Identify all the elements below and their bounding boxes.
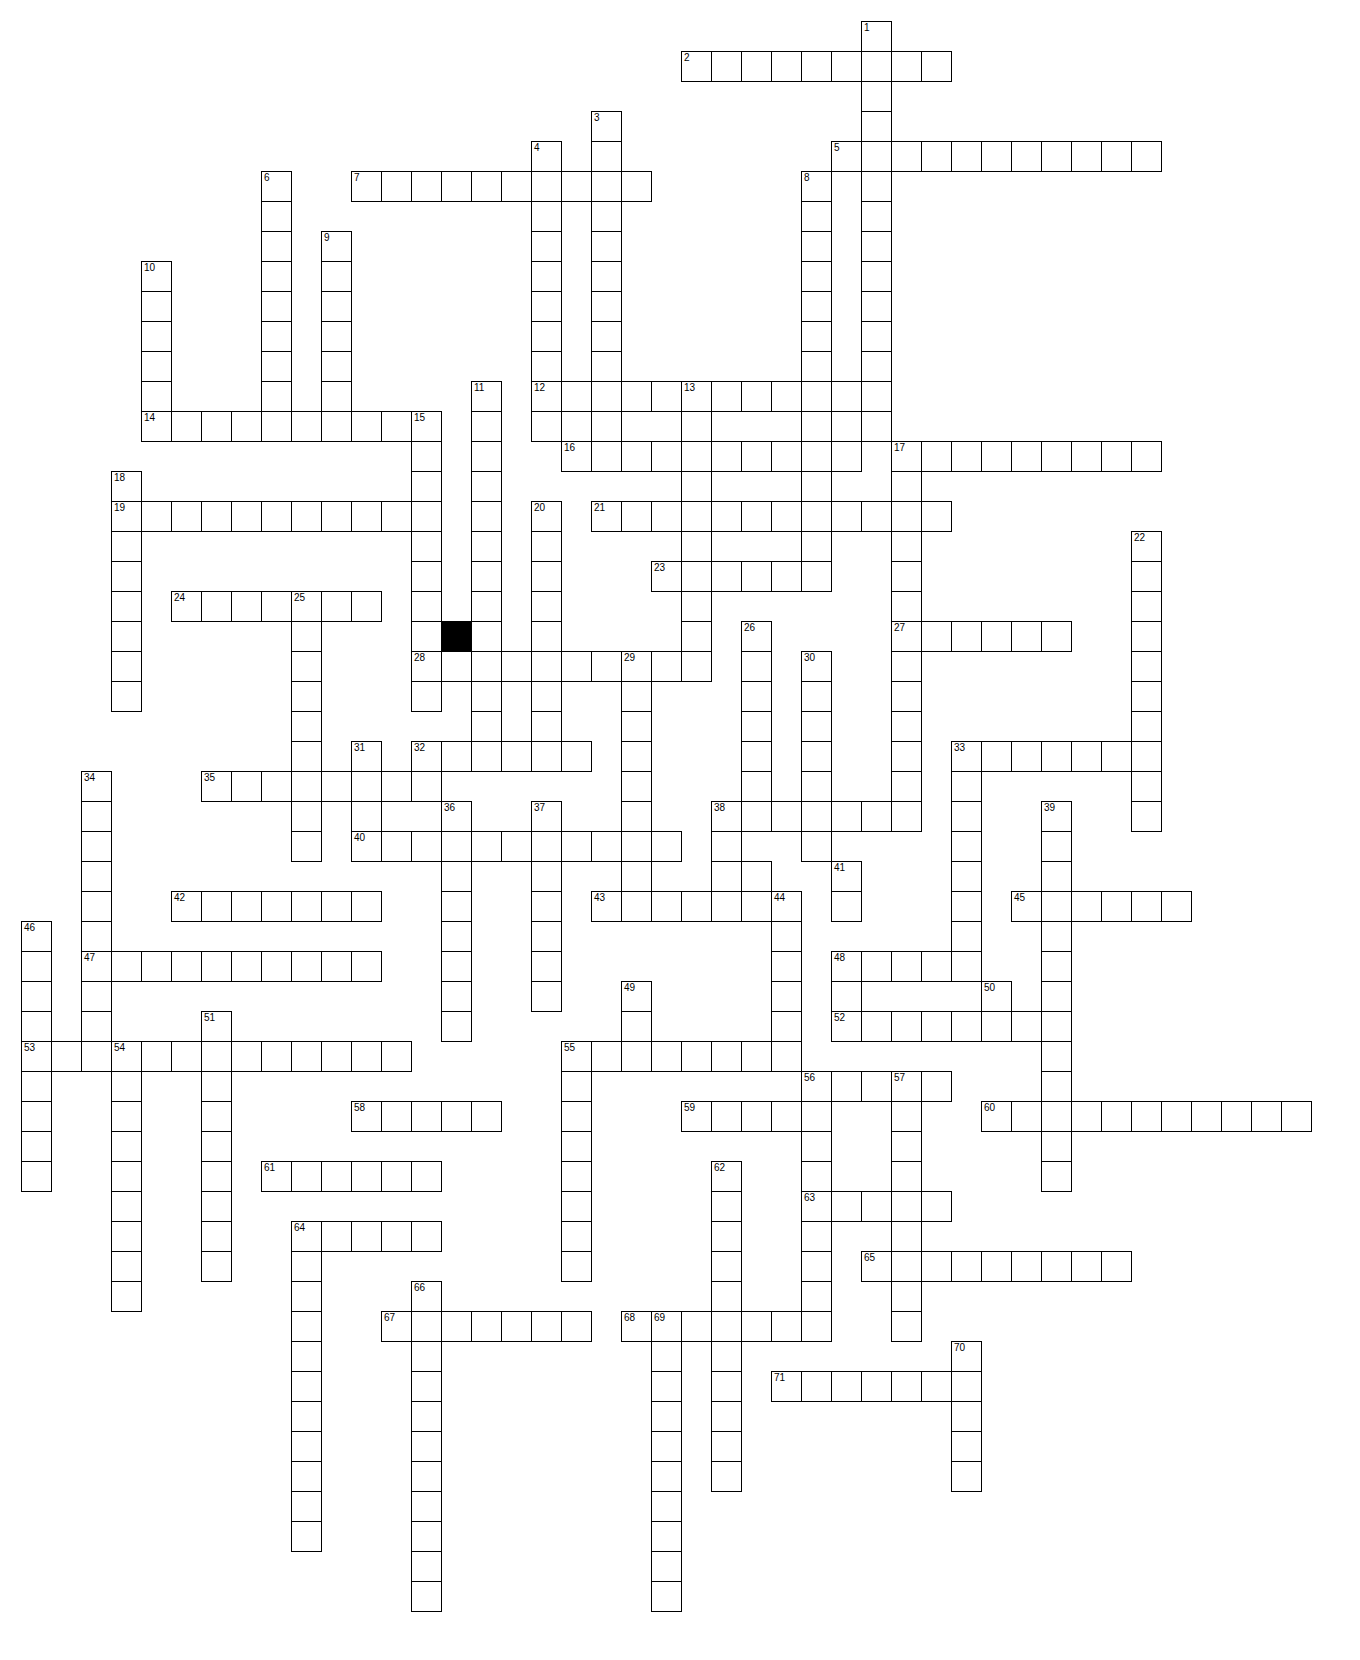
grid-cell[interactable] — [531, 921, 562, 952]
grid-cell[interactable] — [1011, 741, 1042, 772]
grid-cell[interactable] — [1131, 681, 1162, 712]
grid-cell[interactable] — [1041, 1251, 1072, 1282]
grid-cell[interactable] — [531, 291, 562, 322]
grid-cell[interactable] — [261, 1041, 292, 1072]
grid-cell[interactable] — [1131, 771, 1162, 802]
grid-cell[interactable]: 50 — [981, 981, 1012, 1012]
grid-cell[interactable] — [981, 441, 1012, 472]
grid-cell[interactable] — [411, 771, 442, 802]
grid-cell[interactable] — [1131, 141, 1162, 172]
grid-cell[interactable] — [1041, 621, 1072, 652]
grid-cell[interactable] — [291, 951, 322, 982]
grid-cell[interactable] — [381, 1101, 412, 1132]
grid-cell[interactable] — [771, 951, 802, 982]
grid-cell[interactable] — [831, 501, 862, 532]
grid-cell[interactable] — [801, 1221, 832, 1252]
grid-cell[interactable] — [831, 981, 862, 1012]
grid-cell[interactable]: 33 — [951, 741, 982, 772]
grid-cell[interactable] — [741, 801, 772, 832]
grid-cell[interactable] — [591, 321, 622, 352]
grid-cell[interactable] — [741, 681, 772, 712]
grid-cell[interactable] — [1101, 1251, 1132, 1282]
grid-cell[interactable] — [111, 1161, 142, 1192]
grid-cell[interactable] — [351, 411, 382, 442]
grid-cell[interactable] — [1041, 951, 1072, 982]
grid-cell[interactable] — [621, 501, 652, 532]
grid-cell[interactable] — [531, 171, 562, 202]
grid-cell[interactable] — [951, 951, 982, 982]
grid-cell[interactable] — [861, 801, 892, 832]
grid-cell[interactable] — [921, 1191, 952, 1222]
grid-cell[interactable] — [711, 441, 742, 472]
grid-cell[interactable]: 26 — [741, 621, 772, 652]
grid-cell[interactable] — [951, 1431, 982, 1462]
grid-cell[interactable] — [1011, 141, 1042, 172]
grid-cell[interactable] — [801, 231, 832, 262]
grid-cell[interactable] — [531, 681, 562, 712]
grid-cell[interactable] — [891, 771, 922, 802]
grid-cell[interactable] — [891, 1371, 922, 1402]
grid-cell[interactable] — [531, 351, 562, 382]
grid-cell[interactable] — [891, 651, 922, 682]
grid-cell[interactable] — [741, 381, 772, 412]
grid-cell[interactable] — [351, 591, 382, 622]
grid-cell[interactable] — [1041, 1071, 1072, 1102]
grid-cell[interactable] — [711, 51, 742, 82]
grid-cell[interactable] — [921, 1371, 952, 1402]
grid-cell[interactable] — [711, 1431, 742, 1462]
grid-cell[interactable] — [1041, 141, 1072, 172]
grid-cell[interactable] — [291, 1281, 322, 1312]
grid-cell[interactable] — [141, 501, 172, 532]
grid-cell[interactable] — [561, 1101, 592, 1132]
grid-cell[interactable]: 61 — [261, 1161, 292, 1192]
grid-cell[interactable] — [951, 861, 982, 892]
grid-cell[interactable] — [1041, 1011, 1072, 1042]
grid-cell[interactable] — [291, 771, 322, 802]
grid-cell[interactable] — [81, 801, 112, 832]
grid-cell[interactable] — [861, 951, 892, 982]
grid-cell[interactable] — [21, 1131, 52, 1162]
grid-cell[interactable] — [561, 741, 592, 772]
grid-cell[interactable] — [891, 711, 922, 742]
grid-cell[interactable] — [981, 1011, 1012, 1042]
grid-cell[interactable] — [951, 801, 982, 832]
grid-cell[interactable] — [471, 741, 502, 772]
grid-cell[interactable] — [471, 171, 502, 202]
grid-cell[interactable] — [891, 471, 922, 502]
grid-cell[interactable] — [291, 741, 322, 772]
grid-cell[interactable]: 69 — [651, 1311, 682, 1342]
grid-cell[interactable] — [741, 1311, 772, 1342]
grid-cell[interactable] — [351, 951, 382, 982]
grid-cell[interactable] — [321, 321, 352, 352]
grid-cell[interactable] — [861, 81, 892, 112]
grid-cell[interactable] — [291, 1041, 322, 1072]
grid-cell[interactable] — [711, 1191, 742, 1222]
grid-cell[interactable] — [261, 951, 292, 982]
grid-cell[interactable] — [891, 1161, 922, 1192]
grid-cell[interactable] — [1131, 591, 1162, 622]
grid-cell[interactable] — [831, 381, 862, 412]
grid-cell[interactable] — [591, 411, 622, 442]
grid-cell[interactable] — [411, 441, 442, 472]
grid-cell[interactable] — [741, 501, 772, 532]
grid-cell[interactable] — [111, 531, 142, 562]
grid-cell[interactable]: 17 — [891, 441, 922, 472]
grid-cell[interactable] — [261, 591, 292, 622]
grid-cell[interactable] — [861, 351, 892, 382]
grid-cell[interactable] — [711, 501, 742, 532]
grid-cell[interactable]: 62 — [711, 1161, 742, 1192]
grid-cell[interactable] — [441, 741, 472, 772]
grid-cell[interactable] — [441, 1101, 472, 1132]
grid-cell[interactable] — [1041, 1131, 1072, 1162]
grid-cell[interactable] — [261, 291, 292, 322]
grid-cell[interactable] — [201, 1131, 232, 1162]
grid-cell[interactable] — [141, 1041, 172, 1072]
grid-cell[interactable] — [951, 1401, 982, 1432]
grid-cell[interactable] — [291, 831, 322, 862]
grid-cell[interactable] — [21, 1071, 52, 1102]
grid-cell[interactable] — [441, 651, 472, 682]
grid-cell[interactable] — [861, 1011, 892, 1042]
grid-cell[interactable] — [891, 1221, 922, 1252]
grid-cell[interactable] — [1041, 1101, 1072, 1132]
grid-cell[interactable] — [891, 951, 922, 982]
grid-cell[interactable] — [351, 501, 382, 532]
grid-cell[interactable] — [681, 591, 712, 622]
grid-cell[interactable] — [861, 171, 892, 202]
grid-cell[interactable] — [921, 621, 952, 652]
grid-cell[interactable] — [681, 561, 712, 592]
grid-cell[interactable] — [81, 831, 112, 862]
grid-cell[interactable] — [951, 441, 982, 472]
grid-cell[interactable]: 66 — [411, 1281, 442, 1312]
grid-cell[interactable] — [681, 441, 712, 472]
grid-cell[interactable] — [231, 1041, 262, 1072]
grid-cell[interactable] — [861, 231, 892, 262]
grid-cell[interactable] — [891, 741, 922, 772]
grid-cell[interactable] — [771, 441, 802, 472]
grid-cell[interactable] — [291, 711, 322, 742]
grid-cell[interactable] — [501, 741, 532, 772]
grid-cell[interactable] — [261, 411, 292, 442]
grid-cell[interactable] — [321, 591, 352, 622]
grid-cell[interactable] — [471, 651, 502, 682]
grid-cell[interactable]: 27 — [891, 621, 922, 652]
grid-cell[interactable] — [741, 441, 772, 472]
grid-cell[interactable] — [1071, 891, 1102, 922]
grid-cell[interactable] — [651, 831, 682, 862]
grid-cell[interactable] — [891, 681, 922, 712]
grid-cell[interactable] — [681, 411, 712, 442]
grid-cell[interactable] — [771, 1011, 802, 1042]
grid-cell[interactable] — [681, 531, 712, 562]
grid-cell[interactable] — [711, 831, 742, 862]
grid-cell[interactable] — [381, 1221, 412, 1252]
grid-cell[interactable] — [621, 891, 652, 922]
grid-cell[interactable] — [561, 1251, 592, 1282]
grid-cell[interactable] — [1041, 441, 1072, 472]
grid-cell[interactable] — [621, 1011, 652, 1042]
grid-cell[interactable] — [111, 1071, 142, 1102]
grid-cell[interactable] — [261, 201, 292, 232]
grid-cell[interactable]: 65 — [861, 1251, 892, 1282]
grid-cell[interactable] — [381, 501, 412, 532]
grid-cell[interactable] — [441, 1011, 472, 1042]
grid-cell[interactable] — [201, 891, 232, 922]
grid-cell[interactable] — [441, 171, 472, 202]
grid-cell[interactable] — [1011, 1011, 1042, 1042]
grid-cell[interactable] — [561, 1131, 592, 1162]
grid-cell[interactable] — [111, 621, 142, 652]
grid-cell[interactable] — [801, 321, 832, 352]
grid-cell[interactable] — [591, 291, 622, 322]
grid-cell[interactable]: 56 — [801, 1071, 832, 1102]
grid-cell[interactable] — [411, 1101, 442, 1132]
grid-cell[interactable] — [531, 861, 562, 892]
grid-cell[interactable] — [651, 891, 682, 922]
grid-cell[interactable]: 11 — [471, 381, 502, 412]
grid-cell[interactable] — [231, 411, 262, 442]
grid-cell[interactable] — [921, 141, 952, 172]
grid-cell[interactable] — [951, 621, 982, 652]
grid-cell[interactable] — [1131, 621, 1162, 652]
grid-cell[interactable] — [561, 831, 592, 862]
grid-cell[interactable] — [531, 261, 562, 292]
grid-cell[interactable] — [501, 171, 532, 202]
grid-cell[interactable] — [591, 141, 622, 172]
grid-cell[interactable] — [321, 1221, 352, 1252]
grid-cell[interactable] — [471, 831, 502, 862]
grid-cell[interactable] — [861, 321, 892, 352]
grid-cell[interactable] — [561, 651, 592, 682]
grid-cell[interactable]: 29 — [621, 651, 652, 682]
grid-cell[interactable] — [621, 441, 652, 472]
grid-cell[interactable] — [711, 1461, 742, 1492]
grid-cell[interactable] — [231, 891, 262, 922]
grid-cell[interactable] — [891, 1131, 922, 1162]
grid-cell[interactable]: 9 — [321, 231, 352, 262]
grid-cell[interactable] — [681, 621, 712, 652]
grid-cell[interactable] — [621, 831, 652, 862]
grid-cell[interactable] — [471, 471, 502, 502]
grid-cell[interactable] — [591, 381, 622, 412]
grid-cell[interactable] — [171, 411, 202, 442]
grid-cell[interactable] — [711, 1221, 742, 1252]
grid-cell[interactable] — [321, 411, 352, 442]
grid-cell[interactable] — [1041, 891, 1072, 922]
grid-cell[interactable] — [711, 891, 742, 922]
grid-cell[interactable] — [771, 921, 802, 952]
grid-cell[interactable] — [591, 1041, 622, 1072]
grid-cell[interactable]: 64 — [291, 1221, 322, 1252]
grid-cell[interactable] — [291, 1491, 322, 1522]
grid-cell[interactable] — [261, 351, 292, 382]
grid-cell[interactable] — [741, 891, 772, 922]
grid-cell[interactable] — [921, 1011, 952, 1042]
grid-cell[interactable] — [111, 1281, 142, 1312]
grid-cell[interactable] — [81, 1011, 112, 1042]
grid-cell[interactable] — [201, 1221, 232, 1252]
grid-cell[interactable] — [141, 351, 172, 382]
grid-cell[interactable] — [411, 171, 442, 202]
grid-cell[interactable] — [501, 1311, 532, 1342]
grid-cell[interactable]: 32 — [411, 741, 442, 772]
grid-cell[interactable] — [651, 381, 682, 412]
grid-cell[interactable] — [1101, 141, 1132, 172]
grid-cell[interactable] — [291, 411, 322, 442]
grid-cell[interactable] — [381, 1041, 412, 1072]
grid-cell[interactable] — [741, 771, 772, 802]
grid-cell[interactable]: 23 — [651, 561, 682, 592]
grid-cell[interactable] — [711, 1401, 742, 1432]
grid-cell[interactable] — [1101, 741, 1132, 772]
grid-cell[interactable] — [801, 531, 832, 562]
grid-cell[interactable] — [1221, 1101, 1252, 1132]
grid-cell[interactable] — [651, 651, 682, 682]
grid-cell[interactable] — [201, 411, 232, 442]
grid-cell[interactable]: 15 — [411, 411, 442, 442]
grid-cell[interactable] — [741, 861, 772, 892]
grid-cell[interactable] — [471, 561, 502, 592]
grid-cell[interactable] — [1041, 981, 1072, 1012]
grid-cell[interactable] — [1041, 861, 1072, 892]
grid-cell[interactable] — [831, 801, 862, 832]
grid-cell[interactable] — [471, 1101, 502, 1132]
grid-cell[interactable] — [801, 1311, 832, 1342]
grid-cell[interactable]: 24 — [171, 591, 202, 622]
grid-cell[interactable]: 39 — [1041, 801, 1072, 832]
grid-cell[interactable] — [291, 1521, 322, 1552]
grid-cell[interactable] — [531, 981, 562, 1012]
grid-cell[interactable] — [651, 1401, 682, 1432]
grid-cell[interactable] — [651, 1041, 682, 1072]
grid-cell[interactable] — [801, 351, 832, 382]
grid-cell[interactable] — [411, 1551, 442, 1582]
grid-cell[interactable] — [921, 951, 952, 982]
grid-cell[interactable] — [411, 681, 442, 712]
grid-cell[interactable] — [531, 621, 562, 652]
grid-cell[interactable] — [621, 771, 652, 802]
grid-cell[interactable]: 51 — [201, 1011, 232, 1042]
grid-cell[interactable]: 71 — [771, 1371, 802, 1402]
grid-cell[interactable] — [861, 201, 892, 232]
grid-cell[interactable] — [681, 1311, 712, 1342]
grid-cell[interactable] — [501, 831, 532, 862]
grid-cell[interactable] — [201, 1191, 232, 1222]
grid-cell[interactable]: 37 — [531, 801, 562, 832]
grid-cell[interactable] — [861, 261, 892, 292]
grid-cell[interactable] — [591, 261, 622, 292]
grid-cell[interactable] — [891, 561, 922, 592]
grid-cell[interactable]: 1 — [861, 21, 892, 52]
grid-cell[interactable] — [411, 1221, 442, 1252]
grid-cell[interactable] — [711, 381, 742, 412]
grid-cell[interactable] — [801, 711, 832, 742]
grid-cell[interactable]: 19 — [111, 501, 142, 532]
grid-cell[interactable] — [591, 201, 622, 232]
grid-cell[interactable] — [381, 771, 412, 802]
grid-cell[interactable] — [411, 1161, 442, 1192]
grid-cell[interactable]: 20 — [531, 501, 562, 532]
grid-cell[interactable] — [441, 951, 472, 982]
grid-cell[interactable] — [291, 1461, 322, 1492]
grid-cell[interactable] — [1131, 441, 1162, 472]
grid-cell[interactable] — [861, 141, 892, 172]
grid-cell[interactable]: 3 — [591, 111, 622, 142]
grid-cell[interactable] — [291, 1251, 322, 1282]
grid-cell[interactable]: 46 — [21, 921, 52, 952]
grid-cell[interactable]: 67 — [381, 1311, 412, 1342]
grid-cell[interactable] — [621, 861, 652, 892]
grid-cell[interactable] — [801, 261, 832, 292]
grid-cell[interactable] — [861, 111, 892, 142]
grid-cell[interactable] — [471, 621, 502, 652]
grid-cell[interactable]: 25 — [291, 591, 322, 622]
grid-cell[interactable] — [711, 1251, 742, 1282]
grid-cell[interactable] — [891, 1011, 922, 1042]
grid-cell[interactable] — [591, 231, 622, 262]
grid-cell[interactable] — [801, 741, 832, 772]
grid-cell[interactable] — [801, 1251, 832, 1282]
grid-cell[interactable]: 5 — [831, 141, 862, 172]
grid-cell[interactable] — [771, 1041, 802, 1072]
grid-cell[interactable] — [1191, 1101, 1222, 1132]
grid-cell[interactable] — [111, 1191, 142, 1222]
grid-cell[interactable] — [741, 711, 772, 742]
grid-cell[interactable] — [1011, 1101, 1042, 1132]
grid-cell[interactable] — [141, 291, 172, 322]
grid-cell[interactable]: 52 — [831, 1011, 862, 1042]
grid-cell[interactable] — [861, 51, 892, 82]
grid-cell[interactable] — [861, 1371, 892, 1402]
grid-cell[interactable]: 2 — [681, 51, 712, 82]
grid-cell[interactable] — [531, 711, 562, 742]
grid-cell[interactable] — [711, 1341, 742, 1372]
grid-cell[interactable] — [951, 1011, 982, 1042]
grid-cell[interactable] — [141, 321, 172, 352]
grid-cell[interactable]: 18 — [111, 471, 142, 502]
grid-cell[interactable] — [411, 1461, 442, 1492]
grid-cell[interactable] — [1071, 441, 1102, 472]
grid-cell[interactable] — [651, 1431, 682, 1462]
grid-cell[interactable] — [651, 1581, 682, 1612]
grid-cell[interactable]: 49 — [621, 981, 652, 1012]
grid-cell[interactable] — [951, 831, 982, 862]
grid-cell[interactable] — [831, 441, 862, 472]
grid-cell[interactable] — [711, 1281, 742, 1312]
grid-cell[interactable]: 22 — [1131, 531, 1162, 562]
grid-cell[interactable] — [891, 1101, 922, 1132]
grid-cell[interactable]: 38 — [711, 801, 742, 832]
grid-cell[interactable] — [771, 981, 802, 1012]
grid-cell[interactable] — [771, 801, 802, 832]
grid-cell[interactable] — [81, 921, 112, 952]
grid-cell[interactable] — [501, 651, 532, 682]
grid-cell[interactable] — [711, 1101, 742, 1132]
grid-cell[interactable] — [891, 1281, 922, 1312]
grid-cell[interactable] — [801, 291, 832, 322]
grid-cell[interactable] — [951, 1371, 982, 1402]
grid-cell[interactable] — [861, 1191, 892, 1222]
grid-cell[interactable] — [261, 261, 292, 292]
grid-cell[interactable]: 42 — [171, 891, 202, 922]
grid-cell[interactable] — [21, 981, 52, 1012]
grid-cell[interactable] — [651, 441, 682, 472]
grid-cell[interactable] — [471, 681, 502, 712]
